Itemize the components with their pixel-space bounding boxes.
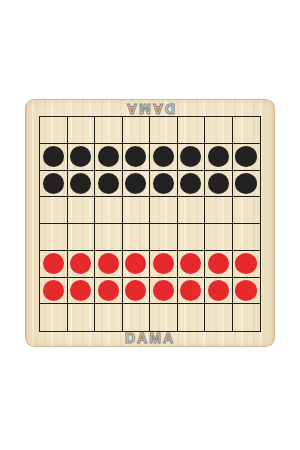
board-cell-r3c6[interactable] — [178, 171, 206, 198]
board-cell-r2c6[interactable] — [178, 144, 206, 171]
black-piece[interactable] — [43, 173, 64, 194]
board-cell-r1c7[interactable] — [205, 117, 233, 144]
board-cell-r2c2[interactable] — [68, 144, 96, 171]
red-piece[interactable] — [180, 280, 201, 301]
board-title-top: DAMA — [25, 101, 275, 116]
red-piece[interactable] — [153, 280, 174, 301]
board-cell-r1c8[interactable] — [233, 117, 261, 144]
board-cell-r4c2[interactable] — [68, 197, 96, 224]
black-piece[interactable] — [235, 173, 257, 194]
red-piece[interactable] — [70, 280, 91, 301]
board-cell-r4c7[interactable] — [205, 197, 233, 224]
board-cell-r1c3[interactable] — [95, 117, 123, 144]
board-cell-r8c2[interactable] — [68, 304, 96, 331]
board-cell-r5c6[interactable] — [178, 224, 206, 251]
board-cell-r3c4[interactable] — [123, 171, 151, 198]
board-cell-r1c5[interactable] — [150, 117, 178, 144]
board-title-bottom: DAMA — [25, 331, 275, 346]
board-cell-r1c4[interactable] — [123, 117, 151, 144]
black-piece[interactable] — [180, 146, 201, 167]
red-piece[interactable] — [43, 253, 64, 274]
board-cell-r2c4[interactable] — [123, 144, 151, 171]
red-piece[interactable] — [208, 253, 229, 274]
dama-board: DAMA DAMA — [25, 99, 275, 347]
black-piece[interactable] — [43, 146, 64, 167]
board-cell-r5c1[interactable] — [40, 224, 68, 251]
black-piece[interactable] — [235, 146, 257, 167]
board-cell-r8c5[interactable] — [150, 304, 178, 331]
board-cell-r7c4[interactable] — [123, 278, 151, 305]
black-piece[interactable] — [70, 173, 91, 194]
board-cell-r1c2[interactable] — [68, 117, 96, 144]
board-cell-r7c7[interactable] — [205, 278, 233, 305]
black-piece[interactable] — [125, 173, 146, 194]
black-piece[interactable] — [208, 173, 229, 194]
board-cell-r3c7[interactable] — [205, 171, 233, 198]
board-cell-r7c1[interactable] — [40, 278, 68, 305]
board-cell-r2c1[interactable] — [40, 144, 68, 171]
black-piece[interactable] — [153, 173, 174, 194]
black-piece[interactable] — [98, 173, 119, 194]
board-cell-r3c3[interactable] — [95, 171, 123, 198]
red-piece[interactable] — [235, 280, 257, 301]
board-cell-r3c5[interactable] — [150, 171, 178, 198]
board-cell-r6c7[interactable] — [205, 251, 233, 278]
board-cell-r3c1[interactable] — [40, 171, 68, 198]
board-cell-r4c8[interactable] — [233, 197, 261, 224]
board-cell-r5c5[interactable] — [150, 224, 178, 251]
board-cell-r5c2[interactable] — [68, 224, 96, 251]
board-cell-r7c5[interactable] — [150, 278, 178, 305]
red-piece[interactable] — [180, 253, 201, 274]
board-cell-r6c8[interactable] — [233, 251, 261, 278]
board-cell-r4c3[interactable] — [95, 197, 123, 224]
black-piece[interactable] — [208, 146, 229, 167]
board-cell-r6c6[interactable] — [178, 251, 206, 278]
board-cell-r6c5[interactable] — [150, 251, 178, 278]
board-cell-r8c3[interactable] — [95, 304, 123, 331]
board-cell-r4c6[interactable] — [178, 197, 206, 224]
red-piece[interactable] — [43, 280, 64, 301]
board-cell-r7c2[interactable] — [68, 278, 96, 305]
red-piece[interactable] — [125, 280, 146, 301]
board-cell-r8c1[interactable] — [40, 304, 68, 331]
board-cell-r2c8[interactable] — [233, 144, 261, 171]
black-piece[interactable] — [70, 146, 91, 167]
board-cell-r2c3[interactable] — [95, 144, 123, 171]
board-cell-r5c8[interactable] — [233, 224, 261, 251]
board-cell-r8c6[interactable] — [178, 304, 206, 331]
black-piece[interactable] — [153, 146, 174, 167]
board-cell-r7c6[interactable] — [178, 278, 206, 305]
red-piece[interactable] — [153, 253, 174, 274]
board-cell-r8c7[interactable] — [205, 304, 233, 331]
board-cell-r5c4[interactable] — [123, 224, 151, 251]
board-grid — [39, 116, 261, 332]
board-cell-r6c3[interactable] — [95, 251, 123, 278]
board-cell-r5c3[interactable] — [95, 224, 123, 251]
black-piece[interactable] — [125, 146, 146, 167]
board-cell-r7c3[interactable] — [95, 278, 123, 305]
board-cell-r6c2[interactable] — [68, 251, 96, 278]
board-cell-r2c5[interactable] — [150, 144, 178, 171]
red-piece[interactable] — [235, 253, 257, 274]
page-background: DAMA DAMA — [0, 0, 300, 450]
board-cell-r1c1[interactable] — [40, 117, 68, 144]
board-cell-r8c8[interactable] — [233, 304, 261, 331]
board-cell-r6c1[interactable] — [40, 251, 68, 278]
board-cell-r4c1[interactable] — [40, 197, 68, 224]
red-piece[interactable] — [98, 280, 119, 301]
red-piece[interactable] — [125, 253, 146, 274]
black-piece[interactable] — [180, 173, 201, 194]
board-cell-r3c8[interactable] — [233, 171, 261, 198]
red-piece[interactable] — [98, 253, 119, 274]
board-cell-r5c7[interactable] — [205, 224, 233, 251]
board-cell-r2c7[interactable] — [205, 144, 233, 171]
board-cell-r6c4[interactable] — [123, 251, 151, 278]
red-piece[interactable] — [208, 280, 229, 301]
red-piece[interactable] — [70, 253, 91, 274]
board-cell-r1c6[interactable] — [178, 117, 206, 144]
board-cell-r8c4[interactable] — [123, 304, 151, 331]
board-cell-r4c5[interactable] — [150, 197, 178, 224]
board-cell-r7c8[interactable] — [233, 278, 261, 305]
board-cell-r4c4[interactable] — [123, 197, 151, 224]
board-cell-r3c2[interactable] — [68, 171, 96, 198]
black-piece[interactable] — [98, 146, 119, 167]
